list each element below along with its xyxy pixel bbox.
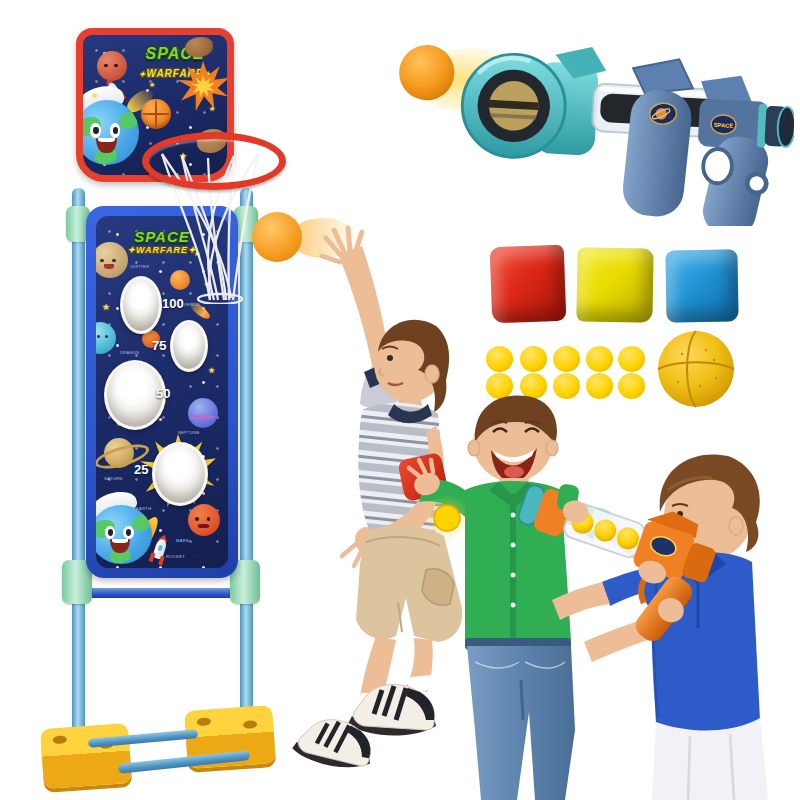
blaster-gun-orange (512, 468, 742, 643)
blaster-gun-blue: SPACE (384, 26, 794, 226)
star-icon: ★ (209, 105, 215, 113)
planet-neptune (188, 398, 218, 428)
foam-ball (553, 346, 580, 372)
gun-rear-cap (757, 103, 794, 149)
product-photo: SPACE ✦WARFARE✦ ★ ★ ★ ★ ★ ★ ★ ★ ★ JUPITE… (0, 0, 800, 800)
score-75: 75 (152, 338, 166, 353)
star-icon: ★ (149, 81, 155, 89)
planet-label-rocket: ROCKET (166, 554, 185, 559)
star-icon: ★ (91, 91, 98, 100)
gun-front-grip (620, 57, 696, 220)
score-hole-75 (170, 320, 208, 372)
planet-label-neptune: NEPTUNE (178, 430, 200, 435)
star-icon: ★ (102, 302, 110, 312)
stand-base-foot-left (40, 723, 132, 789)
bean-bag-red (490, 245, 567, 324)
stand-crossbar-mid (82, 588, 248, 598)
planet-jupiter (96, 242, 128, 278)
sparkle-icon: ✦ (127, 245, 136, 255)
gun-sticker-space: SPACE (711, 114, 737, 134)
planet-label-earth: EARTH (136, 506, 151, 511)
stand-pole-left (72, 188, 85, 748)
score-50: 50 (156, 386, 170, 401)
sparkle-icon: ✦ (139, 70, 147, 79)
planet-label-mars: MARS (176, 538, 189, 543)
gun-sticker-label: SPACE (714, 122, 734, 129)
trigger-guard (702, 148, 732, 184)
foam-ball (586, 346, 613, 372)
planet-uranus (96, 322, 116, 354)
foam-ball (618, 346, 645, 372)
stand-base-bar-front (118, 750, 250, 774)
score-hole-25 (152, 442, 208, 506)
foam-ball (520, 346, 547, 372)
glowing-foam-ball (434, 505, 460, 531)
bean-bag-blue (665, 249, 738, 322)
planet-label-saturn: SATURN (104, 476, 123, 481)
thumb-ring (747, 173, 767, 193)
planet-saturn (100, 436, 138, 470)
planet-label-jupiter: JUPITER (130, 264, 149, 269)
planet-mars (188, 504, 220, 536)
planet-label-uranus: URANUS (120, 350, 139, 355)
bean-bag-yellow (576, 247, 653, 322)
hoop-rim (142, 132, 286, 190)
basketball-comet (141, 99, 171, 129)
star-icon: ★ (208, 366, 215, 375)
earth-character (76, 93, 139, 165)
toy-basketball (656, 330, 736, 408)
